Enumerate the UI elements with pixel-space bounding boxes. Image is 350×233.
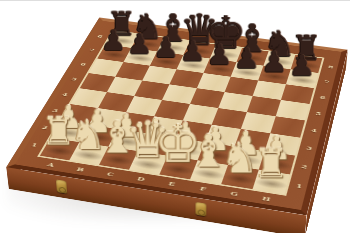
white-rook-h1: ♜ (239, 144, 303, 184)
chess-board: ABCDEFGH1122334455667788 ♜♞♝♛♚♝♞♜♟♟♟♟♟♟♟… (6, 18, 347, 216)
brass-latch-icon (195, 202, 206, 217)
photo-edge-line (0, 0, 350, 1)
brass-latch-icon (56, 179, 67, 193)
product-photo-chess-set: ABCDEFGH1122334455667788 ♜♞♝♛♚♝♞♜♟♟♟♟♟♟♟… (0, 0, 350, 233)
